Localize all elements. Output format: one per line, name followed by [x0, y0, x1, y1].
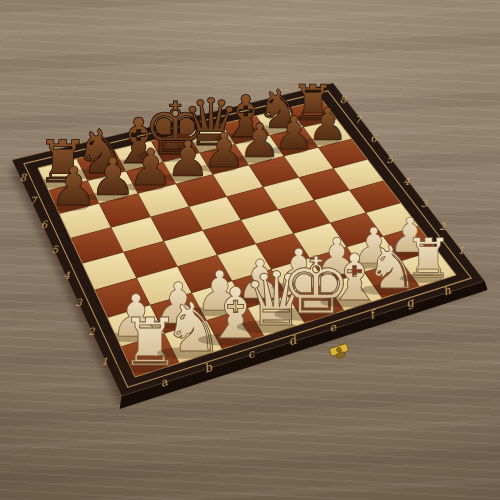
- rank-label-left-2: 2: [88, 326, 95, 337]
- clasp: [329, 343, 350, 360]
- rank-label-right-4: 4: [403, 176, 410, 187]
- rank-label-left-5: 5: [52, 244, 59, 255]
- rank-label-right-1: 1: [458, 245, 464, 256]
- chessboard[interactable]: abcdefgh1122334455667788♜♞♝♚♛♝♞♜♟♟♟♟♟♟♟♟…: [0, 0, 500, 500]
- piece-light-rook-h1[interactable]: ♜: [404, 227, 452, 290]
- piece-dark-pawn-h7[interactable]: ♟: [307, 98, 347, 151]
- rank-label-left-4: 4: [63, 270, 70, 281]
- rank-label-right-5: 5: [386, 154, 393, 165]
- table-surface: abcdefgh1122334455667788♜♞♝♚♛♝♞♜♟♟♟♟♟♟♟♟…: [0, 0, 500, 500]
- rank-label-left-3: 3: [76, 297, 83, 308]
- rank-label-left-1: 1: [102, 356, 108, 367]
